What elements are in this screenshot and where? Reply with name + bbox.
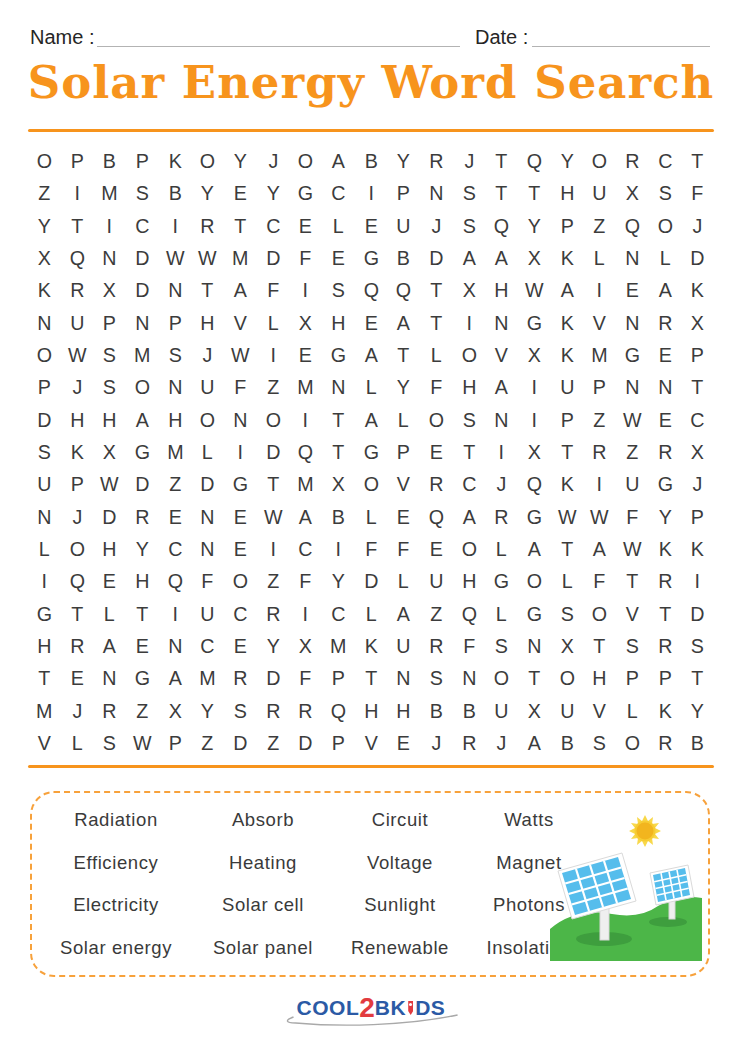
grid-cell-r13c8: I bbox=[257, 533, 288, 565]
grid-cell-r12c4: R bbox=[127, 500, 158, 532]
grid-cell-r19c2: L bbox=[61, 727, 92, 759]
grid-cell-r1c15: T bbox=[486, 145, 517, 177]
date-blank-line bbox=[532, 46, 710, 47]
grid-cell-r15c11: L bbox=[355, 597, 386, 629]
grid-cell-r2c15: T bbox=[486, 177, 517, 209]
grid-cell-r12c12: E bbox=[388, 500, 419, 532]
grid-cell-r7c10: G bbox=[323, 339, 354, 371]
grid-cell-r14c11: D bbox=[355, 565, 386, 597]
grid-cell-r19c5: P bbox=[159, 727, 190, 759]
grid-cell-r15c13: Z bbox=[421, 597, 452, 629]
grid-cell-r14c10: Y bbox=[323, 565, 354, 597]
grid-cell-r14c6: F bbox=[192, 565, 223, 597]
grid-cell-r9c15: N bbox=[486, 404, 517, 436]
grid-cell-r2c8: Y bbox=[257, 177, 288, 209]
grid-cell-r7c9: E bbox=[290, 339, 321, 371]
grid-cell-r13c10: I bbox=[323, 533, 354, 565]
name-label: Name : bbox=[30, 26, 94, 49]
grid-cell-r14c1: I bbox=[29, 565, 60, 597]
grid-cell-r5c8: F bbox=[257, 274, 288, 306]
grid-cell-r3c2: T bbox=[61, 210, 92, 242]
letter-grid: OPBPKOYJOABYRJTQYORCTZIMSBYEYGCIPNSTTHUX… bbox=[28, 145, 714, 759]
grid-cell-r1c21: T bbox=[682, 145, 713, 177]
grid-cell-r16c17: X bbox=[551, 630, 582, 662]
grid-cell-r11c1: U bbox=[29, 468, 60, 500]
grid-cell-r13c4: Y bbox=[127, 533, 158, 565]
grid-cell-r18c9: R bbox=[290, 694, 321, 726]
grid-cell-r6c20: R bbox=[649, 307, 680, 339]
grid-cell-r13c20: K bbox=[649, 533, 680, 565]
grid-cell-r9c20: E bbox=[649, 404, 680, 436]
grid-cell-r8c4: O bbox=[127, 371, 158, 403]
grid-cell-r9c1: D bbox=[29, 404, 60, 436]
grid-cell-r17c2: E bbox=[61, 662, 92, 694]
grid-cell-r4c12: B bbox=[388, 242, 419, 274]
grid-cell-r11c2: P bbox=[61, 468, 92, 500]
grid-cell-r19c3: S bbox=[94, 727, 125, 759]
grid-cell-r19c7: D bbox=[225, 727, 256, 759]
grid-cell-r3c18: Z bbox=[584, 210, 615, 242]
grid-cell-r7c19: G bbox=[617, 339, 648, 371]
grid-cell-r13c12: F bbox=[388, 533, 419, 565]
grid-cell-r8c21: T bbox=[682, 371, 713, 403]
grid-cell-r17c13: S bbox=[421, 662, 452, 694]
grid-cell-r11c4: D bbox=[127, 468, 158, 500]
word-item: Voltage bbox=[334, 842, 466, 885]
sun-icon bbox=[629, 815, 661, 847]
grid-cell-r3c6: R bbox=[192, 210, 223, 242]
date-label: Date : bbox=[475, 26, 528, 49]
grid-cell-r14c9: F bbox=[290, 565, 321, 597]
grid-cell-r4c19: N bbox=[617, 242, 648, 274]
grid-cell-r11c11: O bbox=[355, 468, 386, 500]
grid-cell-r12c5: E bbox=[159, 500, 190, 532]
grid-cell-r5c18: I bbox=[584, 274, 615, 306]
grid-cell-r2c14: S bbox=[453, 177, 484, 209]
grid-cell-r18c11: H bbox=[355, 694, 386, 726]
grid-cell-r19c17: B bbox=[551, 727, 582, 759]
grid-cell-r19c1: V bbox=[29, 727, 60, 759]
word-item: Solar panel bbox=[192, 927, 334, 970]
grid-cell-r6c8: L bbox=[257, 307, 288, 339]
grid-cell-r7c3: S bbox=[94, 339, 125, 371]
grid-cell-r1c19: R bbox=[617, 145, 648, 177]
grid-cell-r14c7: O bbox=[225, 565, 256, 597]
grid-cell-r8c15: A bbox=[486, 371, 517, 403]
grid-cell-r9c12: L bbox=[388, 404, 419, 436]
grid-cell-r1c6: O bbox=[192, 145, 223, 177]
grid-cell-r13c1: L bbox=[29, 533, 60, 565]
grid-cell-r4c8: D bbox=[257, 242, 288, 274]
grid-cell-r9c21: C bbox=[682, 404, 713, 436]
grid-cell-r11c3: W bbox=[94, 468, 125, 500]
grid-cell-r17c7: R bbox=[225, 662, 256, 694]
grid-cell-r9c11: A bbox=[355, 404, 386, 436]
grid-cell-r5c13: T bbox=[421, 274, 452, 306]
top-divider bbox=[28, 129, 714, 132]
grid-cell-r19c10: P bbox=[323, 727, 354, 759]
grid-cell-r5c4: D bbox=[127, 274, 158, 306]
grid-cell-r7c17: K bbox=[551, 339, 582, 371]
grid-cell-r3c8: C bbox=[257, 210, 288, 242]
grid-cell-r6c9: X bbox=[290, 307, 321, 339]
grid-cell-r15c1: G bbox=[29, 597, 60, 629]
grid-cell-r11c14: C bbox=[453, 468, 484, 500]
grid-cell-r10c2: K bbox=[61, 436, 92, 468]
grid-cell-r10c5: M bbox=[159, 436, 190, 468]
grid-cell-r12c8: W bbox=[257, 500, 288, 532]
grid-cell-r3c9: E bbox=[290, 210, 321, 242]
grid-cell-r9c8: O bbox=[257, 404, 288, 436]
grid-cell-r6c19: N bbox=[617, 307, 648, 339]
grid-cell-r13c3: H bbox=[94, 533, 125, 565]
grid-cell-r12c18: W bbox=[584, 500, 615, 532]
word-item: Circuit bbox=[334, 799, 466, 842]
grid-cell-r2c4: S bbox=[127, 177, 158, 209]
grid-cell-r7c1: O bbox=[29, 339, 60, 371]
grid-cell-r15c10: C bbox=[323, 597, 354, 629]
grid-cell-r11c18: I bbox=[584, 468, 615, 500]
grid-cell-r2c11: I bbox=[355, 177, 386, 209]
grid-cell-r5c7: A bbox=[225, 274, 256, 306]
grid-cell-r11c8: T bbox=[257, 468, 288, 500]
grid-cell-r2c21: F bbox=[682, 177, 713, 209]
grid-cell-r19c12: E bbox=[388, 727, 419, 759]
grid-cell-r7c18: M bbox=[584, 339, 615, 371]
grid-cell-r16c12: U bbox=[388, 630, 419, 662]
grid-cell-r14c3: E bbox=[94, 565, 125, 597]
grid-cell-r9c19: W bbox=[617, 404, 648, 436]
grid-cell-r5c12: Q bbox=[388, 274, 419, 306]
grid-cell-r3c1: Y bbox=[29, 210, 60, 242]
grid-cell-r8c14: H bbox=[453, 371, 484, 403]
grid-cell-r5c2: R bbox=[61, 274, 92, 306]
grid-cell-r17c1: T bbox=[29, 662, 60, 694]
grid-cell-r13c14: O bbox=[453, 533, 484, 565]
grid-cell-r18c18: V bbox=[584, 694, 615, 726]
grid-cell-r2c18: U bbox=[584, 177, 615, 209]
pencil-i-icon bbox=[408, 1001, 413, 1015]
grid-cell-r19c13: J bbox=[421, 727, 452, 759]
grid-cell-r5c17: A bbox=[551, 274, 582, 306]
grid-cell-r9c9: I bbox=[290, 404, 321, 436]
grid-cell-r5c9: I bbox=[290, 274, 321, 306]
grid-cell-r5c21: K bbox=[682, 274, 713, 306]
grid-cell-r6c16: G bbox=[519, 307, 550, 339]
grid-cell-r12c20: Y bbox=[649, 500, 680, 532]
grid-cell-r13c11: F bbox=[355, 533, 386, 565]
grid-cell-r17c12: N bbox=[388, 662, 419, 694]
grid-cell-r14c17: L bbox=[551, 565, 582, 597]
grid-cell-r9c6: O bbox=[192, 404, 223, 436]
grid-cell-r19c15: J bbox=[486, 727, 517, 759]
grid-cell-r10c7: I bbox=[225, 436, 256, 468]
grid-cell-r19c6: Z bbox=[192, 727, 223, 759]
grid-cell-r1c7: Y bbox=[225, 145, 256, 177]
grid-cell-r11c7: G bbox=[225, 468, 256, 500]
grid-cell-r18c5: X bbox=[159, 694, 190, 726]
grid-cell-r10c8: D bbox=[257, 436, 288, 468]
grid-cell-r16c7: E bbox=[225, 630, 256, 662]
grid-cell-r4c9: F bbox=[290, 242, 321, 274]
grid-cell-r18c7: S bbox=[225, 694, 256, 726]
grid-cell-r7c15: V bbox=[486, 339, 517, 371]
grid-cell-r11c12: V bbox=[388, 468, 419, 500]
grid-cell-r18c1: M bbox=[29, 694, 60, 726]
grid-cell-r5c16: W bbox=[519, 274, 550, 306]
grid-cell-r16c2: R bbox=[61, 630, 92, 662]
grid-cell-r13c6: N bbox=[192, 533, 223, 565]
grid-cell-r19c14: R bbox=[453, 727, 484, 759]
grid-cell-r10c9: Q bbox=[290, 436, 321, 468]
grid-cell-r1c3: B bbox=[94, 145, 125, 177]
grid-cell-r15c2: T bbox=[61, 597, 92, 629]
grid-cell-r10c11: G bbox=[355, 436, 386, 468]
grid-cell-r10c10: T bbox=[323, 436, 354, 468]
grid-cell-r16c20: R bbox=[649, 630, 680, 662]
grid-cell-r6c21: X bbox=[682, 307, 713, 339]
grid-cell-r7c12: T bbox=[388, 339, 419, 371]
grid-cell-r5c3: X bbox=[94, 274, 125, 306]
grid-cell-r8c10: N bbox=[323, 371, 354, 403]
grid-cell-r15c16: G bbox=[519, 597, 550, 629]
grid-cell-r4c17: K bbox=[551, 242, 582, 274]
grid-cell-r12c13: Q bbox=[421, 500, 452, 532]
grid-cell-r6c4: N bbox=[127, 307, 158, 339]
grid-cell-r18c16: X bbox=[519, 694, 550, 726]
grid-cell-r12c1: N bbox=[29, 500, 60, 532]
grid-cell-r7c2: W bbox=[61, 339, 92, 371]
grid-cell-r7c8: I bbox=[257, 339, 288, 371]
grid-cell-r19c4: W bbox=[127, 727, 158, 759]
grid-cell-r15c17: S bbox=[551, 597, 582, 629]
grid-cell-r18c10: Q bbox=[323, 694, 354, 726]
grid-cell-r14c15: G bbox=[486, 565, 517, 597]
grid-cell-r5c15: H bbox=[486, 274, 517, 306]
grid-cell-r10c15: I bbox=[486, 436, 517, 468]
grid-cell-r4c21: D bbox=[682, 242, 713, 274]
grid-cell-r12c11: L bbox=[355, 500, 386, 532]
grid-cell-r9c17: P bbox=[551, 404, 582, 436]
grid-cell-r16c19: S bbox=[617, 630, 648, 662]
grid-cell-r4c3: N bbox=[94, 242, 125, 274]
grid-cell-r11c13: R bbox=[421, 468, 452, 500]
word-item: Sunlight bbox=[334, 884, 466, 927]
grid-cell-r4c14: A bbox=[453, 242, 484, 274]
grid-cell-r16c18: T bbox=[584, 630, 615, 662]
grid-cell-r13c5: C bbox=[159, 533, 190, 565]
grid-cell-r10c14: T bbox=[453, 436, 484, 468]
grid-cell-r12c3: D bbox=[94, 500, 125, 532]
grid-cell-r18c4: Z bbox=[127, 694, 158, 726]
grid-cell-r6c17: K bbox=[551, 307, 582, 339]
grid-cell-r12c10: B bbox=[323, 500, 354, 532]
grid-cell-r1c2: P bbox=[61, 145, 92, 177]
grid-cell-r3c10: L bbox=[323, 210, 354, 242]
grid-cell-r11c15: J bbox=[486, 468, 517, 500]
grid-cell-r12c7: E bbox=[225, 500, 256, 532]
grid-cell-r11c6: D bbox=[192, 468, 223, 500]
grid-cell-r18c15: U bbox=[486, 694, 517, 726]
grid-cell-r11c19: U bbox=[617, 468, 648, 500]
grid-cell-r13c17: T bbox=[551, 533, 582, 565]
grid-cell-r18c20: K bbox=[649, 694, 680, 726]
grid-cell-r6c2: U bbox=[61, 307, 92, 339]
grid-cell-r17c10: P bbox=[323, 662, 354, 694]
grid-cell-r3c14: S bbox=[453, 210, 484, 242]
grid-cell-r18c14: B bbox=[453, 694, 484, 726]
grid-cell-r4c11: G bbox=[355, 242, 386, 274]
grid-cell-r9c4: A bbox=[127, 404, 158, 436]
grid-cell-r18c12: H bbox=[388, 694, 419, 726]
grid-cell-r9c16: I bbox=[519, 404, 550, 436]
grid-cell-r6c14: I bbox=[453, 307, 484, 339]
word-item: Absorb bbox=[192, 799, 334, 842]
grid-cell-r12c2: J bbox=[61, 500, 92, 532]
grid-cell-r8c2: J bbox=[61, 371, 92, 403]
grid-cell-r15c19: V bbox=[617, 597, 648, 629]
grid-cell-r5c19: E bbox=[617, 274, 648, 306]
grid-cell-r6c13: T bbox=[421, 307, 452, 339]
grid-cell-r16c6: C bbox=[192, 630, 223, 662]
grid-cell-r13c16: A bbox=[519, 533, 550, 565]
grid-cell-r15c4: T bbox=[127, 597, 158, 629]
grid-cell-r13c13: E bbox=[421, 533, 452, 565]
grid-cell-r14c4: H bbox=[127, 565, 158, 597]
grid-cell-r15c7: C bbox=[225, 597, 256, 629]
grid-cell-r19c16: A bbox=[519, 727, 550, 759]
grid-cell-r4c6: W bbox=[192, 242, 223, 274]
grid-cell-r5c1: K bbox=[29, 274, 60, 306]
grid-cell-r10c12: P bbox=[388, 436, 419, 468]
grid-cell-r16c11: K bbox=[355, 630, 386, 662]
grid-cell-r18c3: R bbox=[94, 694, 125, 726]
word-list-box: RadiationAbsorbCircuitWattsEfficiencyHea… bbox=[30, 791, 710, 977]
grid-cell-r17c19: P bbox=[617, 662, 648, 694]
grid-cell-r13c9: C bbox=[290, 533, 321, 565]
grid-cell-r15c18: O bbox=[584, 597, 615, 629]
grid-cell-r2c13: N bbox=[421, 177, 452, 209]
grid-cell-r13c7: E bbox=[225, 533, 256, 565]
grid-cell-r19c18: S bbox=[584, 727, 615, 759]
grid-cell-r8c7: F bbox=[225, 371, 256, 403]
grid-cell-r1c11: B bbox=[355, 145, 386, 177]
grid-cell-r4c4: D bbox=[127, 242, 158, 274]
grid-cell-r2c16: T bbox=[519, 177, 550, 209]
grid-cell-r4c10: E bbox=[323, 242, 354, 274]
grid-cell-r12c14: A bbox=[453, 500, 484, 532]
grid-cell-r14c14: H bbox=[453, 565, 484, 597]
grid-cell-r8c3: S bbox=[94, 371, 125, 403]
grid-cell-r2c6: Y bbox=[192, 177, 223, 209]
grid-cell-r18c13: B bbox=[421, 694, 452, 726]
grid-cell-r17c4: G bbox=[127, 662, 158, 694]
grid-cell-r10c6: L bbox=[192, 436, 223, 468]
grid-cell-r15c3: L bbox=[94, 597, 125, 629]
grid-cell-r6c1: N bbox=[29, 307, 60, 339]
grid-cell-r6c15: N bbox=[486, 307, 517, 339]
grid-cell-r2c9: G bbox=[290, 177, 321, 209]
grid-cell-r1c1: O bbox=[29, 145, 60, 177]
grid-cell-r2c3: M bbox=[94, 177, 125, 209]
grid-cell-r11c20: G bbox=[649, 468, 680, 500]
grid-cell-r2c17: H bbox=[551, 177, 582, 209]
grid-cell-r9c18: Z bbox=[584, 404, 615, 436]
grid-cell-r9c13: O bbox=[421, 404, 452, 436]
grid-cell-r6c11: E bbox=[355, 307, 386, 339]
grid-cell-r8c12: Y bbox=[388, 371, 419, 403]
cool2bkids-logo: COOL2BKDS bbox=[0, 995, 742, 1021]
grid-cell-r16c1: H bbox=[29, 630, 60, 662]
grid-cell-r1c9: O bbox=[290, 145, 321, 177]
grid-cell-r7c5: S bbox=[159, 339, 190, 371]
grid-cell-r7c11: A bbox=[355, 339, 386, 371]
grid-cell-r18c17: U bbox=[551, 694, 582, 726]
grid-cell-r3c5: I bbox=[159, 210, 190, 242]
grid-cell-r1c10: A bbox=[323, 145, 354, 177]
grid-cell-r8c9: M bbox=[290, 371, 321, 403]
word-item: Efficiency bbox=[40, 842, 192, 885]
grid-cell-r17c5: A bbox=[159, 662, 190, 694]
grid-cell-r3c17: P bbox=[551, 210, 582, 242]
grid-cell-r18c8: R bbox=[257, 694, 288, 726]
grid-cell-r1c5: K bbox=[159, 145, 190, 177]
grid-cell-r4c15: A bbox=[486, 242, 517, 274]
grid-cell-r16c13: R bbox=[421, 630, 452, 662]
grid-cell-r7c13: L bbox=[421, 339, 452, 371]
grid-cell-r8c20: N bbox=[649, 371, 680, 403]
grid-cell-r3c3: I bbox=[94, 210, 125, 242]
grid-cell-r15c21: D bbox=[682, 597, 713, 629]
grid-cell-r9c2: H bbox=[61, 404, 92, 436]
grid-cell-r18c21: Y bbox=[682, 694, 713, 726]
grid-cell-r12c21: P bbox=[682, 500, 713, 532]
grid-cell-r3c21: J bbox=[682, 210, 713, 242]
grid-cell-r8c17: U bbox=[551, 371, 582, 403]
grid-cell-r16c8: Y bbox=[257, 630, 288, 662]
grid-cell-r2c20: S bbox=[649, 177, 680, 209]
grid-cell-r14c21: I bbox=[682, 565, 713, 597]
grid-cell-r10c20: R bbox=[649, 436, 680, 468]
grid-cell-r10c17: T bbox=[551, 436, 582, 468]
word-item: Renewable bbox=[334, 927, 466, 970]
grid-cell-r15c5: I bbox=[159, 597, 190, 629]
grid-cell-r10c19: Z bbox=[617, 436, 648, 468]
bottom-divider bbox=[28, 765, 714, 768]
grid-cell-r14c12: L bbox=[388, 565, 419, 597]
grid-cell-r14c16: O bbox=[519, 565, 550, 597]
grid-cell-r19c19: O bbox=[617, 727, 648, 759]
grid-cell-r8c11: L bbox=[355, 371, 386, 403]
grid-cell-r19c8: Z bbox=[257, 727, 288, 759]
grid-cell-r5c10: S bbox=[323, 274, 354, 306]
grid-cell-r1c16: Q bbox=[519, 145, 550, 177]
grid-cell-r14c19: T bbox=[617, 565, 648, 597]
grid-cell-r6c3: P bbox=[94, 307, 125, 339]
grid-cell-r17c6: M bbox=[192, 662, 223, 694]
grid-cell-r10c18: R bbox=[584, 436, 615, 468]
grid-cell-r16c3: A bbox=[94, 630, 125, 662]
grid-cell-r11c9: M bbox=[290, 468, 321, 500]
grid-cell-r12c16: G bbox=[519, 500, 550, 532]
grid-cell-r8c19: N bbox=[617, 371, 648, 403]
grid-cell-r18c2: J bbox=[61, 694, 92, 726]
grid-cell-r10c4: G bbox=[127, 436, 158, 468]
grid-cell-r8c16: I bbox=[519, 371, 550, 403]
grid-cell-r16c14: F bbox=[453, 630, 484, 662]
grid-cell-r15c8: R bbox=[257, 597, 288, 629]
grid-cell-r13c18: A bbox=[584, 533, 615, 565]
